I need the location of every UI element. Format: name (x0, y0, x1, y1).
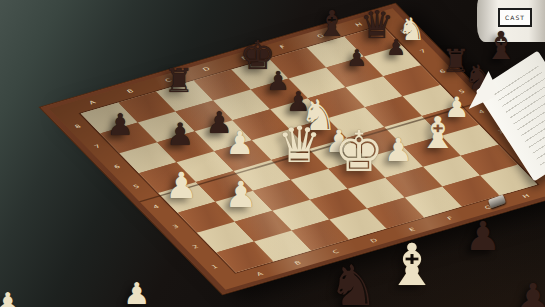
captured-white-pawn[interactable]: ♟ (0, 289, 21, 307)
piece-g7-black-pawn[interactable]: ♟ (346, 48, 367, 71)
piece-b3-white-pawn[interactable]: ♟ (225, 176, 257, 212)
captured-black-pawn[interactable]: ♟ (465, 216, 501, 256)
piece-f3-white-pawn[interactable]: ♟ (384, 134, 413, 166)
piece-a7-black-pawn[interactable]: ♟ (107, 110, 134, 140)
captured-black-pawn[interactable]: ♟ (513, 278, 545, 307)
piece-c5-white-pawn[interactable]: ♟ (225, 127, 254, 159)
piece-a4-white-pawn[interactable]: ♟ (165, 167, 197, 203)
piece-h7-black-pawn[interactable]: ♟ (386, 37, 406, 59)
piece-b6-black-pawn[interactable]: ♟ (166, 119, 194, 150)
piece-g3-white-bishop[interactable]: ♝ (418, 112, 457, 156)
captured-white-bishop[interactable]: ♝ (386, 236, 438, 294)
captured-black-knight[interactable]: ♞ (328, 258, 378, 307)
captured-white-pawn[interactable]: ♟ (124, 279, 151, 307)
piece-d4-white-queen[interactable]: ♛ (277, 120, 322, 170)
scene: ABCDEFGH ABCDEFGH 87654321 87654321 CAST… (0, 0, 545, 307)
piece-e3-white-king[interactable]: ♚ (334, 124, 384, 180)
piece-c8-black-rook[interactable]: ♜ (164, 64, 194, 97)
captured-black-bishop[interactable]: ♝ (316, 6, 348, 42)
